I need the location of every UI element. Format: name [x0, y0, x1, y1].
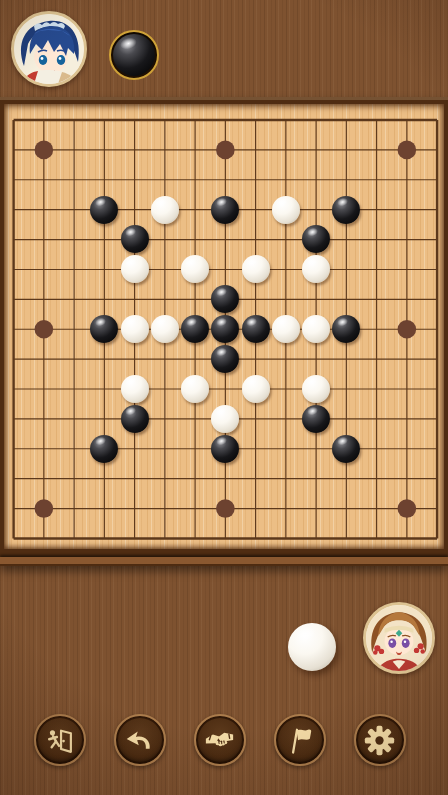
gomoku-game-screen [0, 0, 448, 795]
handshake-icon [204, 725, 235, 756]
gomoku-board[interactable] [4, 104, 444, 549]
star-point [398, 499, 417, 518]
player-white-avatar[interactable] [363, 602, 435, 674]
black-stone-icon [113, 34, 155, 76]
star-point [35, 499, 54, 518]
undo-button[interactable] [114, 714, 166, 766]
player-black-avatar[interactable] [11, 11, 87, 87]
undo-arrow-icon [124, 725, 155, 756]
star-point [216, 499, 235, 518]
draw-offer-button[interactable] [194, 714, 246, 766]
flag-icon [284, 725, 315, 756]
star-point [398, 141, 417, 160]
board-grid [4, 104, 444, 549]
exit-door-icon [44, 725, 75, 756]
star-point [35, 141, 54, 160]
star-point [35, 320, 54, 339]
toolbar [0, 714, 448, 774]
exit-button[interactable] [34, 714, 86, 766]
brown-haired-anime-avatar [366, 605, 432, 671]
settings-button[interactable] [354, 714, 406, 766]
star-point [216, 320, 235, 339]
resign-button[interactable] [274, 714, 326, 766]
black-stone-indicator [109, 30, 159, 80]
star-point [216, 141, 235, 160]
star-point [398, 320, 417, 339]
white-stone-indicator [288, 623, 336, 671]
blue-haired-anime-avatar [14, 14, 84, 84]
board-frame [0, 97, 448, 566]
gear-icon [364, 725, 395, 756]
